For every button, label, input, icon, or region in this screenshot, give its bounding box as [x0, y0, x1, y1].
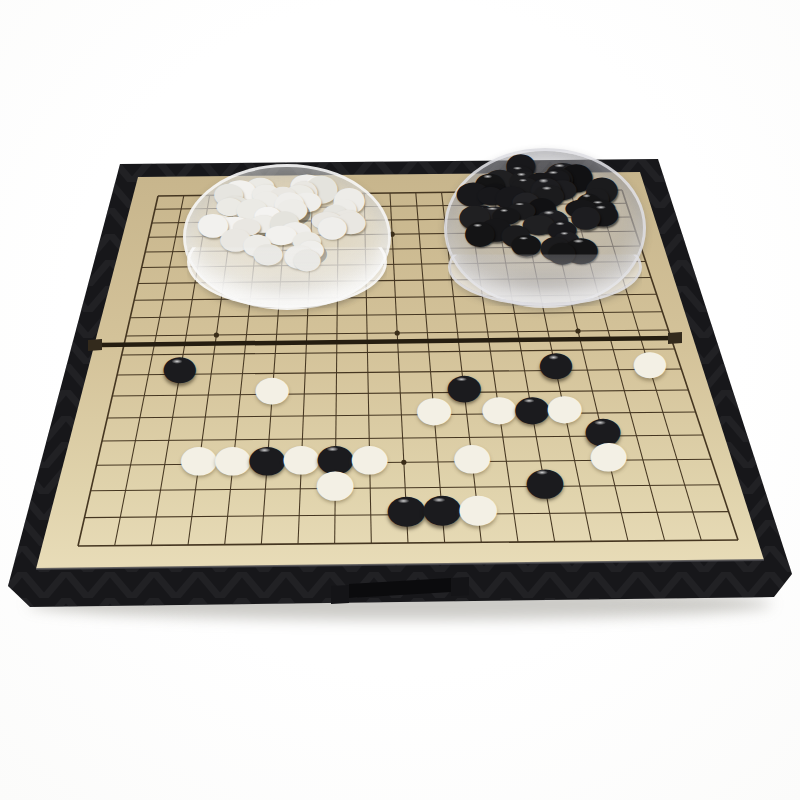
- latch-tab-right: [451, 577, 469, 596]
- stone-highlight: [396, 498, 411, 504]
- white-stone-in-bowl[interactable]: ●: [251, 239, 284, 267]
- star-point: [575, 328, 580, 333]
- hinge-slot-right: [668, 332, 682, 344]
- black-stone[interactable]: ●: [524, 461, 566, 499]
- hinge-slot-left: [88, 339, 102, 351]
- black-stone-in-bowl[interactable]: ●: [547, 236, 578, 265]
- white-stone[interactable]: ●: [457, 488, 500, 527]
- black-stone-in-bowl[interactable]: ●: [463, 216, 497, 249]
- stone-highlight: [171, 359, 184, 364]
- stone-highlight: [472, 223, 483, 228]
- white-stone[interactable]: ●: [588, 436, 629, 474]
- stone-highlight: [523, 398, 536, 403]
- white-stone[interactable]: ●: [415, 391, 454, 427]
- star-point: [214, 332, 219, 337]
- stone-highlight: [547, 355, 560, 360]
- stone-highlight: [455, 377, 468, 382]
- white-stone[interactable]: ●: [452, 437, 493, 475]
- stone-highlight: [257, 447, 271, 453]
- black-stone[interactable]: ●: [161, 352, 198, 386]
- stone-highlight: [432, 497, 447, 503]
- stone-highlight: [326, 447, 340, 453]
- latch-tab-left: [331, 585, 349, 604]
- white-stone[interactable]: ●: [632, 347, 669, 381]
- black-stone[interactable]: ●: [537, 348, 574, 382]
- stone-highlight: [518, 237, 529, 241]
- stone-highlight: [593, 420, 607, 425]
- stone-highlight: [535, 470, 549, 476]
- white-stone-in-bowl[interactable]: ●: [291, 244, 322, 272]
- product-photo-scene: ●●●●●●●●●●●●●●●●●●●●●●● ●●●●●●●●●●●●●●●●…: [0, 0, 800, 800]
- star-point: [401, 460, 406, 465]
- star-point: [395, 330, 400, 335]
- white-stone[interactable]: ●: [314, 463, 356, 501]
- white-stone[interactable]: ●: [253, 371, 291, 406]
- white-stone[interactable]: ●: [545, 390, 584, 426]
- go-board[interactable]: [0, 0, 800, 800]
